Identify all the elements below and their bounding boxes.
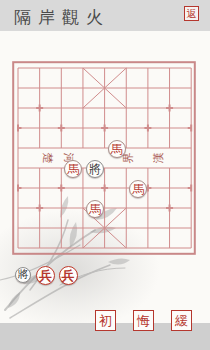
- river-text: 楚 河 界 漢: [41, 153, 165, 164]
- tray-piece-black-將[interactable]: 將: [15, 267, 31, 283]
- board-piece-black-將[interactable]: 將: [86, 160, 104, 178]
- river-char: 漢: [152, 153, 165, 164]
- puzzle-title: 隔岸觀火: [14, 6, 110, 29]
- board-outer-border: [13, 62, 195, 254]
- board-grid: 楚 河 界 漢: [12, 61, 196, 255]
- tray-piece-red-兵[interactable]: 兵: [59, 266, 78, 285]
- xiangqi-board[interactable]: 楚 河 界 漢 馬馬將馬馬: [12, 61, 196, 255]
- app-screen: 隔岸觀火 返 楚 河 界 漢 馬馬將馬馬 將兵兵 初 悔 緩: [0, 0, 210, 350]
- river-char: 楚: [41, 153, 54, 164]
- top-bar: 隔岸觀火 返: [0, 0, 210, 31]
- board-piece-red-馬[interactable]: 馬: [86, 200, 104, 218]
- reset-button[interactable]: 初: [95, 310, 116, 331]
- wait-button[interactable]: 緩: [171, 310, 192, 331]
- back-button[interactable]: 返: [184, 6, 199, 21]
- undo-button[interactable]: 悔: [133, 310, 154, 331]
- board-piece-red-馬[interactable]: 馬: [108, 140, 126, 158]
- tray-piece-red-兵[interactable]: 兵: [36, 266, 55, 285]
